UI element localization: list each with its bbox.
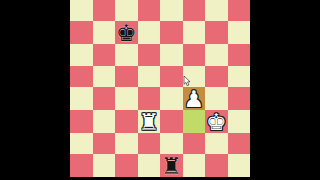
square-b7[interactable] (93, 21, 116, 44)
square-h6[interactable] (228, 44, 251, 65)
square-e4[interactable] (160, 87, 183, 110)
square-h3[interactable] (228, 110, 251, 133)
square-d4[interactable] (138, 87, 161, 110)
square-c2[interactable] (115, 133, 138, 154)
square-d5[interactable] (138, 66, 161, 87)
square-f7[interactable] (183, 21, 206, 44)
square-c7[interactable]: ♚ (115, 21, 138, 44)
square-f2[interactable] (183, 133, 206, 154)
piece-white-king-g3[interactable]: ♚ (206, 111, 227, 134)
square-a6[interactable] (70, 44, 93, 65)
square-f1[interactable] (183, 154, 206, 177)
piece-white-pawn-f4[interactable]: ♟ (183, 88, 204, 111)
square-b6[interactable] (93, 44, 116, 65)
square-e7[interactable] (160, 21, 183, 44)
square-c4[interactable] (115, 87, 138, 110)
square-b2[interactable] (93, 133, 116, 154)
square-g6[interactable] (205, 44, 228, 65)
square-d3[interactable]: ♜ (138, 110, 161, 133)
square-a2[interactable] (70, 133, 93, 154)
square-c6[interactable] (115, 44, 138, 65)
square-a7[interactable] (70, 21, 93, 44)
square-g8[interactable] (205, 0, 228, 21)
square-h5[interactable] (228, 66, 251, 87)
square-a8[interactable] (70, 0, 93, 21)
square-a4[interactable] (70, 87, 93, 110)
video-frame: ♚♟♜♚♜ (0, 0, 320, 180)
square-f3[interactable] (183, 110, 206, 133)
square-g3[interactable]: ♚ (205, 110, 228, 133)
square-f4[interactable]: ♟ (183, 87, 206, 110)
square-g5[interactable] (205, 66, 228, 87)
letterbox-right (250, 0, 320, 180)
piece-black-king-c7[interactable]: ♚ (116, 22, 137, 45)
square-b4[interactable] (93, 87, 116, 110)
square-a3[interactable] (70, 110, 93, 133)
square-g1[interactable] (205, 154, 228, 177)
square-c5[interactable] (115, 66, 138, 87)
square-a5[interactable] (70, 66, 93, 87)
piece-white-rook-d3[interactable]: ♜ (138, 111, 159, 134)
square-d8[interactable] (138, 0, 161, 21)
square-e8[interactable] (160, 0, 183, 21)
square-g7[interactable] (205, 21, 228, 44)
square-h8[interactable] (228, 0, 251, 21)
square-d7[interactable] (138, 21, 161, 44)
square-b3[interactable] (93, 110, 116, 133)
square-c3[interactable] (115, 110, 138, 133)
square-e5[interactable] (160, 66, 183, 87)
square-h2[interactable] (228, 133, 251, 154)
square-b5[interactable] (93, 66, 116, 87)
square-h4[interactable] (228, 87, 251, 110)
square-d2[interactable] (138, 133, 161, 154)
square-d6[interactable] (138, 44, 161, 65)
square-b8[interactable] (93, 0, 116, 21)
square-c8[interactable] (115, 0, 138, 21)
square-e3[interactable] (160, 110, 183, 133)
piece-black-rook-e1[interactable]: ♜ (161, 155, 182, 178)
square-h1[interactable] (228, 154, 251, 177)
square-a1[interactable] (70, 154, 93, 177)
square-b1[interactable] (93, 154, 116, 177)
square-g2[interactable] (205, 133, 228, 154)
square-e6[interactable] (160, 44, 183, 65)
square-e2[interactable] (160, 133, 183, 154)
chess-board: ♚♟♜♚♜ (70, 0, 250, 177)
square-h7[interactable] (228, 21, 251, 44)
letterbox-left (0, 0, 70, 180)
square-c1[interactable] (115, 154, 138, 177)
square-d1[interactable] (138, 154, 161, 177)
square-e1[interactable]: ♜ (160, 154, 183, 177)
square-f6[interactable] (183, 44, 206, 65)
square-g4[interactable] (205, 87, 228, 110)
square-f8[interactable] (183, 0, 206, 21)
square-f5[interactable] (183, 66, 206, 87)
